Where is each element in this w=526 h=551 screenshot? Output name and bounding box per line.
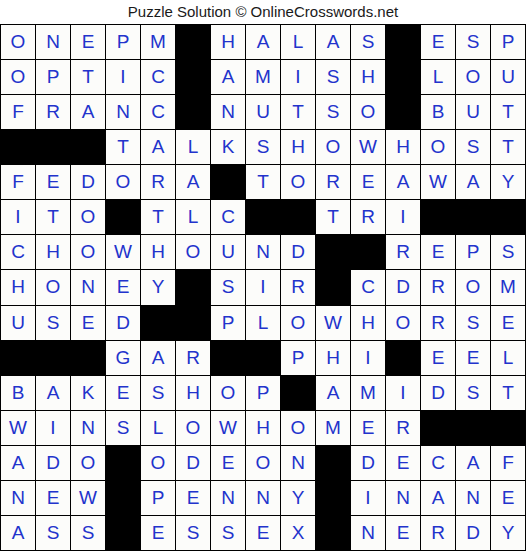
grid-cell: U	[246, 95, 280, 129]
grid-cell: E	[141, 516, 175, 550]
grid-cell: I	[246, 270, 280, 304]
grid-cell: W	[316, 306, 350, 340]
grid-cell: A	[316, 25, 350, 59]
block-cell	[456, 411, 490, 445]
grid-cell: R	[36, 95, 70, 129]
grid-cell: M	[316, 411, 350, 445]
grid-cell: P	[211, 306, 245, 340]
block-cell	[246, 341, 280, 375]
grid-cell: O	[106, 165, 140, 199]
grid-cell: O	[421, 130, 455, 164]
grid-cell: Y	[141, 270, 175, 304]
grid-cell: N	[351, 516, 385, 550]
grid-cell: D	[71, 165, 105, 199]
grid-cell: O	[316, 130, 350, 164]
grid-cell: U	[1, 306, 35, 340]
grid-cell: E	[491, 481, 525, 515]
block-cell	[211, 165, 245, 199]
grid-cell: T	[316, 200, 350, 234]
block-cell	[316, 270, 350, 304]
grid-cell: L	[176, 130, 210, 164]
grid-cell: F	[1, 165, 35, 199]
grid-cell: O	[71, 235, 105, 269]
block-cell	[176, 306, 210, 340]
grid-cell: W	[421, 165, 455, 199]
grid-cell: H	[386, 130, 420, 164]
grid-cell: L	[421, 60, 455, 94]
grid-cell: H	[176, 376, 210, 410]
grid-cell: N	[386, 481, 420, 515]
grid-cell: O	[141, 446, 175, 480]
grid-cell: O	[71, 446, 105, 480]
grid-cell: H	[141, 235, 175, 269]
grid-cell: A	[386, 165, 420, 199]
grid-cell: X	[281, 516, 315, 550]
grid-cell: N	[71, 270, 105, 304]
grid-cell: B	[421, 95, 455, 129]
grid-cell: A	[421, 481, 455, 515]
grid-cell: R	[386, 411, 420, 445]
block-cell	[491, 411, 525, 445]
grid-cell: S	[456, 25, 490, 59]
grid-cell: U	[491, 60, 525, 94]
grid-cell: R	[281, 270, 315, 304]
grid-cell: O	[351, 95, 385, 129]
grid-cell: S	[456, 130, 490, 164]
grid-cell: I	[351, 341, 385, 375]
grid-cell: I	[1, 200, 35, 234]
block-cell	[1, 130, 35, 164]
grid-cell: E	[176, 481, 210, 515]
grid-cell: C	[1, 235, 35, 269]
grid-cell: N	[246, 481, 280, 515]
grid-cell: D	[281, 235, 315, 269]
block-cell	[421, 411, 455, 445]
grid-cell: A	[1, 516, 35, 550]
grid-cell: R	[421, 270, 455, 304]
grid-cell: H	[246, 411, 280, 445]
block-cell	[281, 376, 315, 410]
block-cell	[386, 341, 420, 375]
grid-cell: E	[36, 165, 70, 199]
grid-cell: E	[246, 516, 280, 550]
grid-cell: P	[106, 25, 140, 59]
grid-cell: N	[211, 481, 245, 515]
block-cell	[316, 516, 350, 550]
grid-cell: T	[281, 95, 315, 129]
grid-cell: I	[386, 376, 420, 410]
grid-cell: D	[386, 270, 420, 304]
grid-cell: T	[141, 200, 175, 234]
grid-cell: O	[281, 306, 315, 340]
grid-cell: S	[246, 130, 280, 164]
grid-cell: Y	[281, 481, 315, 515]
grid-cell: E	[71, 25, 105, 59]
grid-cell: F	[1, 95, 35, 129]
grid-cell: N	[211, 95, 245, 129]
grid-cell: N	[281, 446, 315, 480]
grid-cell: R	[421, 306, 455, 340]
grid-cell: H	[281, 130, 315, 164]
block-cell	[176, 25, 210, 59]
grid-cell: T	[491, 95, 525, 129]
grid-cell: S	[141, 376, 175, 410]
grid-cell: N	[1, 481, 35, 515]
block-cell	[351, 235, 385, 269]
grid-cell: O	[281, 165, 315, 199]
grid-cell: A	[36, 376, 70, 410]
grid-cell: S	[36, 306, 70, 340]
grid-cell: O	[176, 411, 210, 445]
grid-cell: E	[211, 446, 245, 480]
block-cell	[106, 200, 140, 234]
grid-cell: H	[316, 341, 350, 375]
grid-cell: K	[211, 130, 245, 164]
grid-cell: M	[491, 270, 525, 304]
block-cell	[421, 200, 455, 234]
grid-cell: O	[211, 376, 245, 410]
grid-cell: E	[386, 446, 420, 480]
grid-cell: N	[106, 95, 140, 129]
grid-cell: P	[281, 341, 315, 375]
grid-cell: A	[456, 446, 490, 480]
grid-cell: H	[1, 270, 35, 304]
grid-cell: L	[176, 200, 210, 234]
grid-cell: A	[71, 95, 105, 129]
grid-cell: N	[456, 481, 490, 515]
grid-cell: E	[421, 341, 455, 375]
grid-cell: W	[71, 481, 105, 515]
grid-cell: I	[106, 60, 140, 94]
grid-cell: D	[456, 516, 490, 550]
grid-cell: S	[351, 25, 385, 59]
grid-cell: Y	[491, 516, 525, 550]
grid-cell: S	[491, 235, 525, 269]
block-cell	[386, 25, 420, 59]
grid-cell: T	[106, 130, 140, 164]
grid-cell: M	[141, 25, 175, 59]
grid-cell: T	[36, 200, 70, 234]
grid-cell: W	[1, 411, 35, 445]
grid-cell: D	[36, 446, 70, 480]
block-cell	[491, 200, 525, 234]
grid-cell: L	[141, 411, 175, 445]
grid-cell: I	[351, 481, 385, 515]
grid-cell: U	[456, 95, 490, 129]
grid-cell: T	[491, 130, 525, 164]
grid-cell: E	[351, 165, 385, 199]
block-cell	[36, 130, 70, 164]
grid-cell: R	[386, 235, 420, 269]
grid-cell: E	[456, 341, 490, 375]
grid-cell: O	[456, 60, 490, 94]
grid-cell: P	[141, 481, 175, 515]
grid-cell: I	[281, 60, 315, 94]
grid-cell: R	[421, 516, 455, 550]
grid-cell: R	[316, 165, 350, 199]
grid-cell: T	[246, 165, 280, 199]
grid-cell: E	[351, 411, 385, 445]
grid-cell: S	[106, 411, 140, 445]
grid-cell: C	[351, 270, 385, 304]
grid-cell: G	[106, 341, 140, 375]
block-cell	[246, 200, 280, 234]
grid-cell: D	[421, 376, 455, 410]
block-cell	[386, 95, 420, 129]
grid-cell: E	[421, 235, 455, 269]
grid-cell: N	[71, 411, 105, 445]
grid-cell: Y	[491, 165, 525, 199]
grid-cell: S	[176, 516, 210, 550]
grid-cell: D	[351, 446, 385, 480]
block-cell	[316, 481, 350, 515]
block-cell	[106, 481, 140, 515]
grid-cell: E	[36, 481, 70, 515]
grid-cell: I	[36, 411, 70, 445]
grid-cell: P	[246, 376, 280, 410]
grid-cell: O	[386, 306, 420, 340]
grid-cell: S	[71, 516, 105, 550]
grid-cell: H	[211, 25, 245, 59]
grid-cell: M	[246, 60, 280, 94]
grid-cell: O	[176, 235, 210, 269]
grid-cell: U	[211, 235, 245, 269]
crossword-grid: ONEPMHALASESPOPTICAMISHLOUFRANCNUTSOBUTT…	[0, 24, 526, 551]
grid-cell: C	[141, 60, 175, 94]
grid-cell: O	[1, 25, 35, 59]
grid-cell: E	[106, 376, 140, 410]
grid-cell: E	[491, 306, 525, 340]
grid-cell: T	[71, 60, 105, 94]
block-cell	[176, 95, 210, 129]
block-cell	[281, 200, 315, 234]
grid-cell: R	[141, 165, 175, 199]
block-cell	[211, 341, 245, 375]
grid-cell: W	[351, 130, 385, 164]
grid-cell: E	[106, 270, 140, 304]
grid-cell: S	[211, 516, 245, 550]
grid-cell: A	[176, 165, 210, 199]
grid-cell: E	[386, 516, 420, 550]
grid-cell: S	[456, 376, 490, 410]
grid-cell: A	[456, 165, 490, 199]
grid-cell: O	[36, 270, 70, 304]
grid-cell: B	[1, 376, 35, 410]
grid-cell: D	[176, 446, 210, 480]
grid-cell: C	[141, 95, 175, 129]
puzzle-solution-page: Puzzle Solution © OnlineCrosswords.net O…	[0, 0, 526, 551]
block-cell	[456, 200, 490, 234]
grid-cell: O	[281, 411, 315, 445]
grid-cell: F	[491, 446, 525, 480]
grid-cell: O	[456, 270, 490, 304]
grid-cell: N	[246, 235, 280, 269]
block-cell	[176, 270, 210, 304]
grid-cell: H	[36, 235, 70, 269]
grid-cell: A	[211, 60, 245, 94]
grid-cell: T	[491, 376, 525, 410]
grid-cell: E	[421, 25, 455, 59]
grid-cell: L	[491, 341, 525, 375]
grid-cell: C	[421, 446, 455, 480]
block-cell	[141, 306, 175, 340]
grid-cell: H	[351, 306, 385, 340]
grid-cell: O	[71, 200, 105, 234]
grid-cell: H	[351, 60, 385, 94]
grid-cell: L	[246, 306, 280, 340]
block-cell	[316, 235, 350, 269]
grid-cell: A	[141, 130, 175, 164]
grid-cell: O	[1, 60, 35, 94]
block-cell	[386, 60, 420, 94]
block-cell	[1, 341, 35, 375]
grid-cell: N	[36, 25, 70, 59]
grid-cell: S	[211, 270, 245, 304]
grid-cell: P	[491, 25, 525, 59]
block-cell	[71, 341, 105, 375]
grid-cell: R	[351, 200, 385, 234]
grid-cell: A	[141, 341, 175, 375]
grid-cell: I	[386, 200, 420, 234]
page-title: Puzzle Solution © OnlineCrosswords.net	[0, 0, 526, 24]
grid-cell: P	[456, 235, 490, 269]
grid-cell: S	[36, 516, 70, 550]
grid-cell: E	[71, 306, 105, 340]
grid-cell: A	[246, 25, 280, 59]
grid-cell: K	[71, 376, 105, 410]
grid-cell: W	[106, 235, 140, 269]
block-cell	[316, 446, 350, 480]
block-cell	[106, 516, 140, 550]
grid-cell: A	[1, 446, 35, 480]
grid-cell: O	[246, 446, 280, 480]
grid-cell: R	[176, 341, 210, 375]
grid-cell: M	[351, 376, 385, 410]
grid-cell: L	[281, 25, 315, 59]
block-cell	[71, 130, 105, 164]
grid-cell: P	[36, 60, 70, 94]
grid-cell: S	[316, 95, 350, 129]
grid-cell: C	[211, 200, 245, 234]
grid-cell: S	[316, 60, 350, 94]
grid-cell: A	[316, 376, 350, 410]
grid-cell: D	[106, 306, 140, 340]
block-cell	[176, 60, 210, 94]
block-cell	[106, 446, 140, 480]
block-cell	[36, 341, 70, 375]
grid-cell: S	[456, 306, 490, 340]
grid-cell: W	[211, 411, 245, 445]
